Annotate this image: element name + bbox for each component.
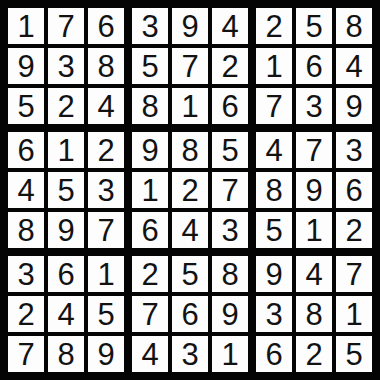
cell-r8c2: 4 (48, 296, 84, 332)
cell-r6c7: 5 (256, 212, 292, 248)
cell-r4c2: 1 (48, 132, 84, 168)
cell-r1c7: 2 (256, 8, 292, 44)
box-3-2: 258769431 (132, 256, 248, 372)
cell-r5c1: 4 (8, 172, 44, 208)
cell-r8c8: 8 (296, 296, 332, 332)
sudoku-board: 1769385243945728162581647396124538979851… (0, 0, 380, 380)
cell-r7c6: 8 (212, 256, 248, 292)
cell-r2c1: 9 (8, 48, 44, 84)
box-2-2: 985127643 (132, 132, 248, 248)
cell-r5c7: 8 (256, 172, 292, 208)
cell-r1c5: 9 (172, 8, 208, 44)
cell-r9c5: 3 (172, 336, 208, 372)
cell-r2c3: 8 (88, 48, 124, 84)
cell-r8c1: 2 (8, 296, 44, 332)
cell-r4c4: 9 (132, 132, 168, 168)
cell-r9c3: 9 (88, 336, 124, 372)
cell-r8c7: 3 (256, 296, 292, 332)
cell-r4c5: 8 (172, 132, 208, 168)
box-1-1: 176938524 (8, 8, 124, 124)
cell-r6c8: 1 (296, 212, 332, 248)
cell-r5c3: 3 (88, 172, 124, 208)
cell-r8c9: 1 (336, 296, 372, 332)
cell-r8c5: 6 (172, 296, 208, 332)
cell-r7c2: 6 (48, 256, 84, 292)
box-2-1: 612453897 (8, 132, 124, 248)
cell-r1c4: 3 (132, 8, 168, 44)
cell-r2c6: 2 (212, 48, 248, 84)
cell-r1c8: 5 (296, 8, 332, 44)
cell-r9c6: 1 (212, 336, 248, 372)
cell-r6c3: 7 (88, 212, 124, 248)
cell-r2c9: 4 (336, 48, 372, 84)
cell-r9c7: 6 (256, 336, 292, 372)
cell-r7c1: 3 (8, 256, 44, 292)
cell-r1c3: 6 (88, 8, 124, 44)
cell-r4c3: 2 (88, 132, 124, 168)
cell-r3c9: 9 (336, 88, 372, 124)
cell-r4c8: 7 (296, 132, 332, 168)
cell-r5c8: 9 (296, 172, 332, 208)
cell-r7c9: 7 (336, 256, 372, 292)
cell-r1c2: 7 (48, 8, 84, 44)
cell-r4c7: 4 (256, 132, 292, 168)
cell-r2c7: 1 (256, 48, 292, 84)
box-1-3: 258164739 (256, 8, 372, 124)
cell-r6c9: 2 (336, 212, 372, 248)
cell-r5c9: 6 (336, 172, 372, 208)
cell-r4c9: 3 (336, 132, 372, 168)
cell-r1c9: 8 (336, 8, 372, 44)
cell-r9c8: 2 (296, 336, 332, 372)
cell-r6c2: 9 (48, 212, 84, 248)
cell-r4c1: 6 (8, 132, 44, 168)
cell-r7c3: 1 (88, 256, 124, 292)
cell-r7c7: 9 (256, 256, 292, 292)
cell-r9c1: 7 (8, 336, 44, 372)
cell-r6c1: 8 (8, 212, 44, 248)
cell-r2c5: 7 (172, 48, 208, 84)
cell-r3c7: 7 (256, 88, 292, 124)
cell-r2c2: 3 (48, 48, 84, 84)
cell-r3c3: 4 (88, 88, 124, 124)
box-3-1: 361245789 (8, 256, 124, 372)
cell-r9c2: 8 (48, 336, 84, 372)
cell-r7c4: 2 (132, 256, 168, 292)
cell-r2c4: 5 (132, 48, 168, 84)
cell-r7c5: 5 (172, 256, 208, 292)
cell-r8c6: 9 (212, 296, 248, 332)
cell-r1c1: 1 (8, 8, 44, 44)
cell-r9c9: 5 (336, 336, 372, 372)
box-2-3: 473896512 (256, 132, 372, 248)
cell-r3c2: 2 (48, 88, 84, 124)
cell-r3c6: 6 (212, 88, 248, 124)
cell-r5c6: 7 (212, 172, 248, 208)
cell-r6c6: 3 (212, 212, 248, 248)
box-1-2: 394572816 (132, 8, 248, 124)
cell-r3c5: 1 (172, 88, 208, 124)
cell-r9c4: 4 (132, 336, 168, 372)
cell-r3c8: 3 (296, 88, 332, 124)
cell-r5c5: 2 (172, 172, 208, 208)
cell-r3c4: 8 (132, 88, 168, 124)
cell-r2c8: 6 (296, 48, 332, 84)
cell-r3c1: 5 (8, 88, 44, 124)
cell-r5c2: 5 (48, 172, 84, 208)
box-3-3: 947381625 (256, 256, 372, 372)
cell-r8c4: 7 (132, 296, 168, 332)
cell-r5c4: 1 (132, 172, 168, 208)
cell-r8c3: 5 (88, 296, 124, 332)
cell-r1c6: 4 (212, 8, 248, 44)
cell-r4c6: 5 (212, 132, 248, 168)
cell-r7c8: 4 (296, 256, 332, 292)
cell-r6c5: 4 (172, 212, 208, 248)
cell-r6c4: 6 (132, 212, 168, 248)
